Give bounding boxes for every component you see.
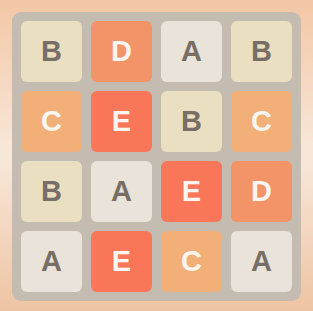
tile: D — [91, 21, 152, 82]
tile: E — [91, 91, 152, 152]
game-board[interactable]: B D A B C E B C B A E D A E C A — [12, 12, 301, 301]
tile: A — [91, 161, 152, 222]
tile: B — [21, 21, 82, 82]
tile: B — [161, 91, 222, 152]
tile: C — [231, 91, 292, 152]
page-background: { "game": "2048-style letter tile puzzle… — [0, 0, 313, 311]
tile: D — [231, 161, 292, 222]
tile: A — [231, 231, 292, 292]
tile: A — [161, 21, 222, 82]
tile: B — [231, 21, 292, 82]
tile: C — [161, 231, 222, 292]
tile: C — [21, 91, 82, 152]
tile: A — [21, 231, 82, 292]
tile: B — [21, 161, 82, 222]
tile: E — [161, 161, 222, 222]
tile: E — [91, 231, 152, 292]
